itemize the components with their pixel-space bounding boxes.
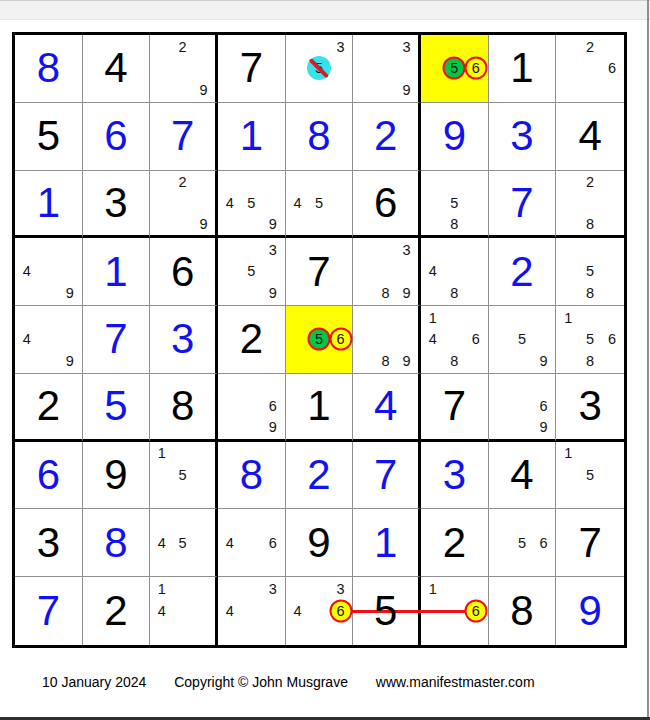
candidate-3[interactable]: 3 (330, 578, 352, 600)
given-digit: 1 (286, 374, 353, 439)
candidate-5-cyan-slash[interactable]: 5 (308, 58, 330, 80)
pencil-marks: 28 (557, 172, 623, 235)
given-digit: 9 (83, 442, 150, 509)
cell-r7c3[interactable]: 15 (150, 442, 218, 510)
cell-r1c1[interactable]: 8 (15, 35, 83, 103)
cell-r6c9[interactable]: 3 (556, 374, 624, 442)
given-digit: 1 (489, 35, 556, 102)
pencil-marks: 346 (287, 578, 352, 644)
cell-r1c6[interactable]: 39 (353, 35, 421, 103)
cell-r9c2[interactable]: 2 (83, 577, 151, 645)
cell-r1c4[interactable]: 7 (218, 35, 286, 103)
cell-r5c6[interactable]: 89 (353, 306, 421, 374)
candidate-5[interactable]: 5 (172, 464, 193, 486)
given-digit: 9 (286, 509, 353, 576)
candidate-5[interactable]: 5 (444, 192, 466, 213)
candidate-3[interactable]: 3 (396, 36, 417, 58)
solved-digit: 1 (83, 238, 150, 305)
given-digit: 7 (286, 238, 353, 305)
cell-r2c1[interactable]: 5 (15, 103, 83, 171)
cell-r4c5[interactable]: 7 (286, 238, 354, 306)
pencil-marks: 69 (219, 375, 284, 438)
cell-r5c2[interactable]: 7 (83, 306, 151, 374)
cell-r9c7[interactable]: 16 (421, 577, 489, 645)
candidate-2[interactable]: 2 (172, 172, 193, 193)
candidate-3[interactable]: 3 (262, 239, 284, 261)
given-digit: 6 (150, 238, 215, 305)
candidate-2[interactable]: 2 (579, 36, 601, 58)
solved-digit: 2 (286, 442, 353, 509)
pencil-marks: 35 (287, 36, 352, 101)
solved-digit: 4 (353, 374, 418, 439)
given-digit: 6 (353, 171, 418, 236)
given-digit: 2 (15, 374, 82, 439)
cell-r2c6[interactable]: 2 (353, 103, 421, 171)
cell-r3c3[interactable]: 29 (150, 171, 218, 239)
candidate-5-green-ring[interactable]: 5 (308, 329, 330, 351)
candidate-9[interactable]: 9 (59, 350, 81, 372)
solved-digit: 1 (218, 103, 285, 170)
candidate-9[interactable]: 9 (396, 350, 417, 372)
candidate-8[interactable]: 8 (579, 283, 601, 305)
candidate-5[interactable]: 5 (241, 192, 263, 213)
candidate-6[interactable]: 6 (533, 532, 555, 554)
candidate-6[interactable]: 6 (601, 58, 623, 80)
cell-r1c2[interactable]: 4 (83, 35, 151, 103)
cell-r3c8[interactable]: 7 (489, 171, 557, 239)
footer-website[interactable]: www.manifestmaster.com (376, 674, 535, 690)
cell-r7c1[interactable]: 6 (15, 442, 83, 510)
cell-r2c7[interactable]: 9 (421, 103, 489, 171)
candidate-8[interactable]: 8 (444, 213, 466, 234)
pencil-marks: 29 (151, 36, 214, 101)
candidate-1[interactable]: 1 (557, 443, 579, 465)
cell-r3c2[interactable]: 3 (83, 171, 151, 239)
cell-r4c6[interactable]: 389 (353, 238, 421, 306)
cell-r5c8[interactable]: 59 (489, 306, 557, 374)
candidate-9[interactable]: 9 (193, 213, 214, 234)
pencil-marks: 14 (151, 578, 214, 644)
window-top-strip (0, 0, 650, 20)
pencil-marks: 58 (422, 172, 487, 235)
given-digit: 7 (218, 35, 285, 102)
cell-r6c1[interactable]: 2 (15, 374, 83, 442)
candidate-1[interactable]: 1 (151, 443, 172, 465)
cell-r8c1[interactable]: 3 (15, 509, 83, 577)
solved-digit: 8 (218, 442, 285, 509)
candidate-5[interactable]: 5 (172, 532, 193, 554)
cell-r3c1[interactable]: 1 (15, 171, 83, 239)
cell-r5c9[interactable]: 1568 (556, 306, 624, 374)
cell-r3c7[interactable]: 58 (421, 171, 489, 239)
given-digit: 5 (15, 103, 82, 170)
cell-r6c2[interactable]: 5 (83, 374, 151, 442)
cell-r8c9[interactable]: 7 (556, 509, 624, 577)
candidate-4[interactable]: 4 (422, 261, 444, 283)
cell-r6c8[interactable]: 69 (489, 374, 557, 442)
solved-digit: 1 (15, 171, 82, 236)
cell-r4c8[interactable]: 2 (489, 238, 557, 306)
given-digit: 8 (489, 577, 556, 645)
cell-r7c2[interactable]: 9 (83, 442, 151, 510)
candidate-6-yellow-ring[interactable]: 6 (465, 600, 487, 622)
cell-r3c9[interactable]: 28 (556, 171, 624, 239)
candidate-5[interactable]: 5 (579, 464, 601, 486)
solved-digit: 2 (489, 238, 556, 305)
candidate-4[interactable]: 4 (16, 329, 38, 351)
cell-r7c5[interactable]: 2 (286, 442, 354, 510)
cell-r8c3[interactable]: 45 (150, 509, 218, 577)
solved-digit: 7 (489, 171, 556, 236)
cell-r2c8[interactable]: 3 (489, 103, 557, 171)
given-digit: 3 (15, 509, 82, 576)
candidate-9[interactable]: 9 (262, 417, 284, 438)
pencil-marks: 26 (557, 36, 623, 101)
solved-digit: 3 (150, 306, 215, 373)
pencil-marks: 59 (490, 307, 555, 372)
cell-r9c1[interactable]: 7 (15, 577, 83, 645)
candidate-6[interactable]: 6 (601, 329, 623, 351)
cell-r2c9[interactable]: 4 (556, 103, 624, 171)
cell-r4c9[interactable]: 58 (556, 238, 624, 306)
cell-r5c4[interactable]: 2 (218, 306, 286, 374)
candidate-6-ring[interactable]: 6 (330, 329, 352, 351)
given-digit: 4 (556, 103, 624, 170)
cell-r3c6[interactable]: 6 (353, 171, 421, 239)
pencil-marks: 39 (354, 36, 417, 101)
candidate-4[interactable]: 4 (219, 600, 241, 622)
solved-digit: 2 (353, 103, 418, 170)
candidate-8[interactable]: 8 (579, 350, 601, 372)
cell-r1c3[interactable]: 29 (150, 35, 218, 103)
candidate-8[interactable]: 8 (579, 213, 601, 234)
cell-r9c9[interactable]: 9 (556, 577, 624, 645)
candidate-4[interactable]: 4 (287, 192, 309, 213)
cell-r4c7[interactable]: 48 (421, 238, 489, 306)
pencil-marks: 16 (422, 578, 487, 644)
candidate-9[interactable]: 9 (59, 283, 81, 305)
cell-r9c4[interactable]: 34 (218, 577, 286, 645)
solved-digit: 8 (15, 35, 82, 102)
pencil-marks: 15 (557, 443, 623, 508)
cell-r6c7[interactable]: 7 (421, 374, 489, 442)
footer-date: 10 January 2024 (42, 674, 146, 690)
given-digit: 7 (556, 509, 624, 576)
cell-r6c6[interactable]: 4 (353, 374, 421, 442)
footer-copyright: Copyright © John Musgrave (174, 674, 348, 690)
cell-r6c4[interactable]: 69 (218, 374, 286, 442)
candidate-9[interactable]: 9 (193, 79, 214, 101)
given-digit: 2 (421, 509, 488, 576)
cell-r2c5[interactable]: 8 (286, 103, 354, 171)
cell-r6c3[interactable]: 8 (150, 374, 218, 442)
pencil-marks: 48 (422, 239, 487, 304)
cell-r4c2[interactable]: 1 (83, 238, 151, 306)
candidate-1[interactable]: 1 (422, 578, 444, 600)
solved-digit: 5 (83, 374, 150, 439)
candidate-6[interactable]: 6 (465, 329, 487, 351)
candidate-5[interactable]: 5 (579, 261, 601, 283)
cell-r2c4[interactable]: 1 (218, 103, 286, 171)
pencil-marks: 45 (151, 510, 214, 575)
candidate-5[interactable]: 5 (579, 329, 601, 351)
footer: 10 January 2024 Copyright © John Musgrav… (42, 674, 559, 690)
candidate-6-ring[interactable]: 6 (465, 58, 487, 80)
cell-r8c4[interactable]: 46 (218, 509, 286, 577)
pencil-marks: 56 (490, 510, 555, 575)
given-digit: 2 (218, 306, 285, 373)
candidate-9[interactable]: 9 (533, 417, 555, 438)
candidate-2[interactable]: 2 (579, 172, 601, 193)
solved-digit: 6 (83, 103, 150, 170)
candidate-4[interactable]: 4 (16, 261, 38, 283)
cell-r8c5[interactable]: 9 (286, 509, 354, 577)
solved-digit: 1 (353, 509, 418, 576)
candidate-6[interactable]: 6 (533, 396, 555, 417)
solved-digit: 8 (286, 103, 353, 170)
candidate-8[interactable]: 8 (375, 283, 396, 305)
solved-digit: 3 (489, 103, 556, 170)
pencil-marks: 69 (490, 375, 555, 438)
solved-digit: 9 (421, 103, 488, 170)
cell-r4c3[interactable]: 6 (150, 238, 218, 306)
candidate-2[interactable]: 2 (172, 36, 193, 58)
given-digit: 2 (83, 577, 150, 645)
pencil-marks: 29 (151, 172, 214, 235)
cell-r6c5[interactable]: 1 (286, 374, 354, 442)
pencil-marks: 459 (219, 172, 284, 235)
solved-digit: 7 (83, 306, 150, 373)
pencil-marks: 58 (557, 239, 623, 304)
cell-r9c6[interactable]: 5 (353, 577, 421, 645)
cell-r1c7[interactable]: 56 (421, 35, 489, 103)
pencil-marks: 15 (151, 443, 214, 508)
candidate-6-yellow-ring[interactable]: 6 (330, 600, 352, 622)
cell-r8c7[interactable]: 2 (421, 509, 489, 577)
candidate-4[interactable]: 4 (287, 600, 309, 622)
pencil-marks: 34 (219, 578, 284, 644)
candidate-6[interactable]: 6 (262, 396, 284, 417)
cell-r5c5[interactable]: 56 (286, 306, 354, 374)
candidate-6[interactable]: 6 (262, 532, 284, 554)
given-digit: 4 (489, 442, 556, 509)
pencil-marks: 389 (354, 239, 417, 304)
cell-r1c9[interactable]: 26 (556, 35, 624, 103)
cell-r3c4[interactable]: 459 (218, 171, 286, 239)
pencil-marks: 1468 (422, 307, 487, 372)
solved-digit: 6 (15, 442, 82, 509)
cell-r4c1[interactable]: 49 (15, 238, 83, 306)
pencil-marks: 46 (219, 510, 284, 575)
candidate-3[interactable]: 3 (262, 578, 284, 600)
cell-r4c4[interactable]: 359 (218, 238, 286, 306)
solved-digit: 9 (556, 577, 624, 645)
cell-r1c8[interactable]: 1 (489, 35, 557, 103)
candidate-9[interactable]: 9 (396, 283, 417, 305)
solved-digit: 7 (353, 442, 418, 509)
cell-r8c8[interactable]: 56 (489, 509, 557, 577)
pencil-marks: 1568 (557, 307, 623, 372)
candidate-5[interactable]: 5 (511, 329, 533, 351)
cell-r9c3[interactable]: 14 (150, 577, 218, 645)
pencil-marks: 89 (354, 307, 417, 372)
cell-r1c5[interactable]: 35 (286, 35, 354, 103)
cell-r9c8[interactable]: 8 (489, 577, 557, 645)
candidate-5[interactable]: 5 (241, 261, 263, 283)
cell-r7c6[interactable]: 7 (353, 442, 421, 510)
candidate-9[interactable]: 9 (396, 79, 417, 101)
candidate-1[interactable]: 1 (422, 307, 444, 329)
given-digit: 8 (150, 374, 215, 439)
solved-digit: 7 (150, 103, 215, 170)
cell-r2c3[interactable]: 7 (150, 103, 218, 171)
given-digit: 7 (421, 374, 488, 439)
solved-digit: 7 (15, 577, 82, 645)
candidate-5-green-ring[interactable]: 5 (444, 58, 466, 80)
pencil-marks: 359 (219, 239, 284, 304)
cell-r7c4[interactable]: 8 (218, 442, 286, 510)
solved-digit: 3 (421, 442, 488, 509)
cell-r7c8[interactable]: 4 (489, 442, 557, 510)
candidate-4[interactable]: 4 (219, 192, 241, 213)
candidate-3[interactable]: 3 (396, 239, 417, 261)
pencil-marks: 49 (16, 239, 81, 304)
cell-r7c7[interactable]: 3 (421, 442, 489, 510)
given-digit: 4 (83, 35, 150, 102)
sudoku-board: 8429735395612656718293413294594565872849… (12, 32, 627, 648)
candidate-9[interactable]: 9 (533, 350, 555, 372)
cell-r3c5[interactable]: 45 (286, 171, 354, 239)
candidate-4[interactable]: 4 (219, 532, 241, 554)
cell-r7c9[interactable]: 15 (556, 442, 624, 510)
pencil-marks: 56 (287, 307, 352, 372)
candidate-9[interactable]: 9 (262, 213, 284, 234)
given-digit: 3 (83, 171, 150, 236)
candidate-8[interactable]: 8 (444, 283, 466, 305)
given-digit: 3 (556, 374, 624, 439)
cell-r8c6[interactable]: 1 (353, 509, 421, 577)
candidate-1[interactable]: 1 (557, 307, 579, 329)
cell-r5c3[interactable]: 3 (150, 306, 218, 374)
pencil-marks: 49 (16, 307, 81, 372)
solved-digit: 8 (83, 509, 150, 576)
cell-r5c7[interactable]: 1468 (421, 306, 489, 374)
candidate-3[interactable]: 3 (330, 36, 352, 58)
candidate-4[interactable]: 4 (151, 600, 172, 622)
candidate-1[interactable]: 1 (151, 578, 172, 600)
window-right-edge (647, 0, 649, 720)
candidate-4[interactable]: 4 (151, 532, 172, 554)
candidate-4[interactable]: 4 (422, 329, 444, 351)
candidate-9[interactable]: 9 (262, 283, 284, 305)
pencil-marks: 56 (422, 36, 487, 101)
cell-r2c2[interactable]: 6 (83, 103, 151, 171)
given-digit: 5 (353, 577, 418, 645)
cell-r5c1[interactable]: 49 (15, 306, 83, 374)
sudoku-page: 8429735395612656718293413294594565872849… (0, 0, 650, 720)
candidate-5[interactable]: 5 (511, 532, 533, 554)
candidate-8[interactable]: 8 (444, 350, 466, 372)
cell-r9c5[interactable]: 346 (286, 577, 354, 645)
candidate-8[interactable]: 8 (375, 350, 396, 372)
pencil-marks: 45 (287, 172, 352, 235)
candidate-5[interactable]: 5 (308, 192, 330, 213)
cell-r8c2[interactable]: 8 (83, 509, 151, 577)
